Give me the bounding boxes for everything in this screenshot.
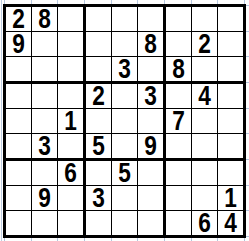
cell-r9c9[interactable]: 4 (218, 211, 243, 235)
cell-r9c7[interactable] (166, 211, 192, 235)
cell-r4c5[interactable] (112, 84, 138, 109)
cell-r1c7[interactable] (166, 7, 192, 32)
cell-digit: 2 (198, 31, 211, 58)
grid-tick (246, 210, 249, 211)
grid-tick (246, 31, 249, 32)
spreadsheet-gridline (1, 0, 2, 241)
cell-r7c5[interactable]: 5 (112, 161, 138, 186)
cell-r1c2[interactable]: 8 (32, 7, 58, 32)
cell-digit: 9 (38, 185, 51, 212)
cell-r2c6[interactable]: 8 (138, 32, 166, 57)
cell-r5c5[interactable] (112, 109, 138, 134)
cell-digit: 4 (224, 210, 237, 237)
cell-r9c1[interactable] (6, 211, 32, 235)
cell-r3c1[interactable] (6, 57, 32, 84)
cell-digit: 2 (92, 83, 105, 110)
grid-tick (246, 56, 249, 57)
cell-r6c2[interactable]: 3 (32, 134, 58, 161)
cell-digit: 3 (144, 83, 157, 110)
cell-r2c3[interactable] (58, 32, 86, 57)
grid-tick (246, 185, 249, 186)
cell-digit: 3 (118, 56, 131, 83)
cell-r4c9[interactable] (218, 84, 243, 109)
cell-r2c1[interactable]: 9 (6, 32, 32, 57)
cell-r5c3[interactable]: 1 (58, 109, 86, 134)
cell-digit: 8 (144, 31, 157, 58)
cell-r5c8[interactable] (192, 109, 218, 134)
cell-digit: 1 (64, 108, 77, 135)
cell-r4c4[interactable]: 2 (86, 84, 112, 109)
cell-r7c8[interactable] (192, 161, 218, 186)
cell-digit: 6 (198, 210, 211, 237)
cell-r9c2[interactable] (32, 211, 58, 235)
cell-r8c1[interactable] (6, 186, 32, 211)
cell-r4c8[interactable]: 4 (192, 84, 218, 109)
sudoku-screenshot: 2898238234173596593164 (0, 0, 249, 241)
cell-digit: 4 (198, 83, 211, 110)
cell-digit: 8 (172, 56, 185, 83)
cell-r6c7[interactable] (166, 134, 192, 161)
cell-digit: 6 (64, 160, 77, 187)
grid-tick (246, 82, 249, 83)
cell-r4c6[interactable]: 3 (138, 84, 166, 109)
cell-r9c6[interactable] (138, 211, 166, 235)
cell-r6c9[interactable] (218, 134, 243, 161)
cell-r8c4[interactable]: 3 (86, 186, 112, 211)
cell-r7c3[interactable]: 6 (58, 161, 86, 186)
cell-digit: 8 (38, 6, 51, 33)
cell-r5c9[interactable] (218, 109, 243, 134)
cell-r2c2[interactable] (32, 32, 58, 57)
cell-r5c7[interactable]: 7 (166, 109, 192, 134)
cell-r6c6[interactable]: 9 (138, 134, 166, 161)
grid-tick (246, 159, 249, 160)
cell-r9c5[interactable] (112, 211, 138, 235)
grid-tick (246, 236, 249, 237)
cell-r4c2[interactable] (32, 84, 58, 109)
cell-r8c5[interactable] (112, 186, 138, 211)
cell-digit: 3 (38, 133, 51, 160)
cell-digit: 3 (92, 185, 105, 212)
cell-r2c8[interactable]: 2 (192, 32, 218, 57)
cell-digit: 5 (92, 133, 105, 160)
cell-r8c6[interactable] (138, 186, 166, 211)
cell-r1c9[interactable] (218, 7, 243, 32)
cell-r7c7[interactable] (166, 161, 192, 186)
grid-tick (246, 108, 249, 109)
cell-r1c5[interactable] (112, 7, 138, 32)
cell-r1c3[interactable] (58, 7, 86, 32)
cell-r2c4[interactable] (86, 32, 112, 57)
cell-r9c3[interactable] (58, 211, 86, 235)
grid-tick (246, 5, 249, 6)
cell-r8c2[interactable]: 9 (32, 186, 58, 211)
cell-r7c6[interactable] (138, 161, 166, 186)
cell-digit: 9 (144, 133, 157, 160)
cell-r3c9[interactable] (218, 57, 243, 84)
cell-r5c1[interactable] (6, 109, 32, 134)
cell-r2c9[interactable] (218, 32, 243, 57)
cell-r3c7[interactable]: 8 (166, 57, 192, 84)
cell-r9c4[interactable] (86, 211, 112, 235)
cell-r6c8[interactable] (192, 134, 218, 161)
cell-r8c7[interactable] (166, 186, 192, 211)
cell-digit: 7 (172, 108, 185, 135)
cell-r3c2[interactable] (32, 57, 58, 84)
cell-r6c1[interactable] (6, 134, 32, 161)
cell-r9c8[interactable]: 6 (192, 211, 218, 235)
sudoku-board: 2898238234173596593164 (3, 4, 246, 238)
grid-tick (246, 133, 249, 134)
cell-r8c3[interactable] (58, 186, 86, 211)
cell-r3c3[interactable] (58, 57, 86, 84)
cell-digit: 9 (12, 31, 25, 58)
cell-r3c5[interactable]: 3 (112, 57, 138, 84)
cell-digit: 5 (118, 160, 131, 187)
cell-r4c1[interactable] (6, 84, 32, 109)
cell-r7c1[interactable] (6, 161, 32, 186)
cell-r1c4[interactable] (86, 7, 112, 32)
cell-r6c4[interactable]: 5 (86, 134, 112, 161)
